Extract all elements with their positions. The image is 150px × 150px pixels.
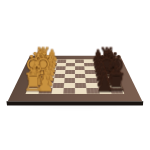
board-edge — [6, 101, 143, 105]
board-perspective-wrapper: ♜♞♝♛♚♝♞♜♟♟♟♟♟♟♟♟♟♟♟♟♟♟♟♟♜♞♝♛♚♝♞♜ — [21, 20, 129, 128]
square-h4 — [63, 88, 75, 94]
chess-set-photo: ♜♞♝♛♚♝♞♜♟♟♟♟♟♟♟♟♟♟♟♟♟♟♟♟♜♞♝♛♚♝♞♜ — [0, 0, 150, 150]
square-h3 — [51, 88, 64, 94]
square-h5 — [75, 88, 87, 94]
chess-board: ♜♞♝♛♚♝♞♜♟♟♟♟♟♟♟♟♟♟♟♟♟♟♟♟♜♞♝♛♚♝♞♜ — [8, 56, 143, 102]
board-squares — [25, 59, 124, 94]
square-h8 — [110, 88, 124, 94]
square-h6 — [87, 88, 100, 94]
